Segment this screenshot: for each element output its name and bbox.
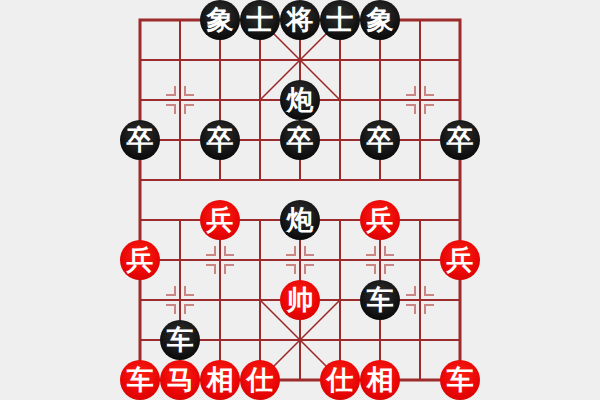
piece-black-elephant[interactable]: 象 xyxy=(200,0,240,40)
piece-red-soldier[interactable]: 兵 xyxy=(440,240,480,280)
piece-red-general[interactable]: 帅 xyxy=(280,280,320,320)
piece-black-chariot[interactable]: 车 xyxy=(360,280,400,320)
piece-red-elephant[interactable]: 相 xyxy=(200,360,240,400)
piece-black-soldier[interactable]: 卒 xyxy=(280,120,320,160)
board[interactable]: 象士将士象炮卒卒卒卒卒兵炮兵兵兵帅车车车马相仕仕相车 xyxy=(120,0,480,400)
piece-black-elephant[interactable]: 象 xyxy=(360,0,400,40)
piece-black-general[interactable]: 将 xyxy=(280,0,320,40)
piece-black-soldier[interactable]: 卒 xyxy=(360,120,400,160)
piece-black-chariot[interactable]: 车 xyxy=(160,320,200,360)
piece-red-soldier[interactable]: 兵 xyxy=(120,240,160,280)
piece-black-cannon[interactable]: 炮 xyxy=(280,80,320,120)
piece-red-soldier[interactable]: 兵 xyxy=(200,200,240,240)
piece-black-soldier[interactable]: 卒 xyxy=(440,120,480,160)
piece-red-chariot[interactable]: 车 xyxy=(440,360,480,400)
piece-red-chariot[interactable]: 车 xyxy=(120,360,160,400)
piece-black-advisor[interactable]: 士 xyxy=(240,0,280,40)
piece-red-advisor[interactable]: 仕 xyxy=(320,360,360,400)
piece-red-soldier[interactable]: 兵 xyxy=(360,200,400,240)
piece-black-advisor[interactable]: 士 xyxy=(320,0,360,40)
piece-black-soldier[interactable]: 卒 xyxy=(200,120,240,160)
piece-red-elephant[interactable]: 相 xyxy=(360,360,400,400)
piece-red-advisor[interactable]: 仕 xyxy=(240,360,280,400)
piece-black-soldier[interactable]: 卒 xyxy=(120,120,160,160)
xiangqi-board-screen: 象士将士象炮卒卒卒卒卒兵炮兵兵兵帅车车车马相仕仕相车 xyxy=(0,0,600,400)
piece-black-cannon[interactable]: 炮 xyxy=(280,200,320,240)
piece-red-horse[interactable]: 马 xyxy=(160,360,200,400)
